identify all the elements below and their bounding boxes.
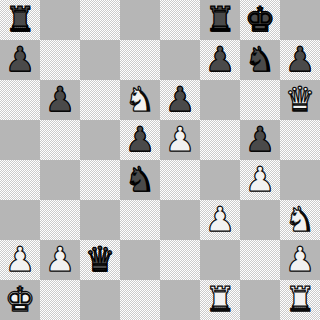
black-pawn-f7[interactable]: ♟	[205, 39, 235, 79]
square-f1[interactable]: ♜	[200, 280, 240, 320]
square-c6[interactable]	[80, 80, 120, 120]
white-pawn-h2[interactable]: ♟	[285, 239, 315, 279]
square-b4[interactable]	[40, 160, 80, 200]
square-e5[interactable]: ♟	[160, 120, 200, 160]
square-h5[interactable]	[280, 120, 320, 160]
square-a3[interactable]	[0, 200, 40, 240]
square-h4[interactable]	[280, 160, 320, 200]
square-a1[interactable]: ♚	[0, 280, 40, 320]
white-king-a1[interactable]: ♚	[5, 279, 35, 319]
black-pawn-g5[interactable]: ♟	[245, 119, 275, 159]
black-queen-c2[interactable]: ♛	[85, 239, 115, 279]
square-e1[interactable]	[160, 280, 200, 320]
square-f4[interactable]	[200, 160, 240, 200]
white-pawn-a2[interactable]: ♟	[5, 239, 35, 279]
square-f8[interactable]: ♜	[200, 0, 240, 40]
square-g4[interactable]: ♟	[240, 160, 280, 200]
square-c5[interactable]	[80, 120, 120, 160]
square-f6[interactable]	[200, 80, 240, 120]
black-knight-d4[interactable]: ♞	[125, 159, 155, 199]
square-d7[interactable]	[120, 40, 160, 80]
square-g8[interactable]: ♚	[240, 0, 280, 40]
black-knight-g7[interactable]: ♞	[245, 39, 275, 79]
black-king-g8[interactable]: ♚	[245, 0, 275, 39]
square-d8[interactable]	[120, 0, 160, 40]
square-d2[interactable]	[120, 240, 160, 280]
square-e3[interactable]	[160, 200, 200, 240]
white-pawn-b2[interactable]: ♟	[45, 239, 75, 279]
black-pawn-e6[interactable]: ♟	[165, 79, 195, 119]
black-rook-a8[interactable]: ♜	[5, 0, 35, 39]
square-b3[interactable]	[40, 200, 80, 240]
square-g2[interactable]	[240, 240, 280, 280]
square-f2[interactable]	[200, 240, 240, 280]
square-b1[interactable]	[40, 280, 80, 320]
square-g6[interactable]	[240, 80, 280, 120]
white-pawn-e5[interactable]: ♟	[165, 119, 195, 159]
square-h1[interactable]: ♜	[280, 280, 320, 320]
square-e2[interactable]	[160, 240, 200, 280]
square-c4[interactable]	[80, 160, 120, 200]
square-a6[interactable]	[0, 80, 40, 120]
square-g7[interactable]: ♞	[240, 40, 280, 80]
white-pawn-f3[interactable]: ♟	[205, 199, 235, 239]
square-h8[interactable]	[280, 0, 320, 40]
square-f3[interactable]: ♟	[200, 200, 240, 240]
square-a2[interactable]: ♟	[0, 240, 40, 280]
chess-board: ♜♜♚♟♟♞♟♟♞♟♛♟♟♟♞♟♟♞♟♟♛♟♚♜♜	[0, 0, 320, 320]
square-e4[interactable]	[160, 160, 200, 200]
white-rook-f1[interactable]: ♜	[205, 279, 235, 319]
square-c1[interactable]	[80, 280, 120, 320]
square-e6[interactable]: ♟	[160, 80, 200, 120]
square-a5[interactable]	[0, 120, 40, 160]
square-h6[interactable]: ♛	[280, 80, 320, 120]
black-pawn-b6[interactable]: ♟	[45, 79, 75, 119]
white-queen-h6[interactable]: ♛	[285, 79, 315, 119]
white-pawn-g4[interactable]: ♟	[245, 159, 275, 199]
square-d5[interactable]: ♟	[120, 120, 160, 160]
square-g5[interactable]: ♟	[240, 120, 280, 160]
square-d3[interactable]	[120, 200, 160, 240]
square-c8[interactable]	[80, 0, 120, 40]
square-g3[interactable]	[240, 200, 280, 240]
square-f5[interactable]	[200, 120, 240, 160]
square-b6[interactable]: ♟	[40, 80, 80, 120]
square-c2[interactable]: ♛	[80, 240, 120, 280]
square-d6[interactable]: ♞	[120, 80, 160, 120]
square-h7[interactable]: ♟	[280, 40, 320, 80]
square-c7[interactable]	[80, 40, 120, 80]
square-d1[interactable]	[120, 280, 160, 320]
square-e7[interactable]	[160, 40, 200, 80]
square-d4[interactable]: ♞	[120, 160, 160, 200]
white-knight-h3[interactable]: ♞	[285, 199, 315, 239]
black-pawn-d5[interactable]: ♟	[125, 119, 155, 159]
square-a8[interactable]: ♜	[0, 0, 40, 40]
square-b8[interactable]	[40, 0, 80, 40]
square-a7[interactable]: ♟	[0, 40, 40, 80]
square-h3[interactable]: ♞	[280, 200, 320, 240]
black-pawn-a7[interactable]: ♟	[5, 39, 35, 79]
square-f7[interactable]: ♟	[200, 40, 240, 80]
white-knight-d6[interactable]: ♞	[125, 79, 155, 119]
black-rook-f8[interactable]: ♜	[205, 0, 235, 39]
square-b7[interactable]	[40, 40, 80, 80]
black-pawn-h7[interactable]: ♟	[285, 39, 315, 79]
square-c3[interactable]	[80, 200, 120, 240]
white-rook-h1[interactable]: ♜	[285, 279, 315, 319]
square-b2[interactable]: ♟	[40, 240, 80, 280]
square-b5[interactable]	[40, 120, 80, 160]
square-a4[interactable]	[0, 160, 40, 200]
square-g1[interactable]	[240, 280, 280, 320]
square-e8[interactable]	[160, 0, 200, 40]
square-h2[interactable]: ♟	[280, 240, 320, 280]
